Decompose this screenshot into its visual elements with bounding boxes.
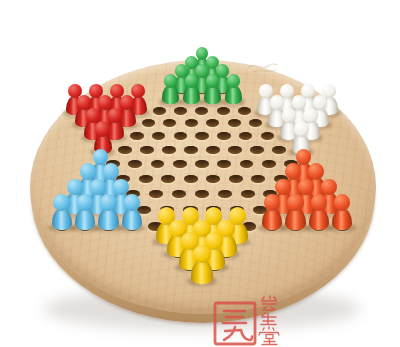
peg-head: [264, 194, 281, 211]
peg-body: [75, 208, 95, 230]
watermark-seal: 三九養生堂: [210, 292, 282, 347]
seal-char-tang: [259, 327, 279, 345]
peg-body: [52, 208, 72, 230]
peg-head: [100, 194, 117, 211]
peg-orange-red[interactable]: [285, 194, 306, 230]
peg-orange-red[interactable]: [261, 194, 282, 230]
peg-head: [90, 179, 106, 196]
peg-body: [98, 208, 118, 230]
peg-body: [262, 208, 282, 230]
peg-body: [183, 85, 200, 103]
peg-sky-blue[interactable]: [98, 194, 119, 230]
seal-char-san: [223, 311, 246, 323]
seal-graphic: [210, 292, 282, 347]
peg-body: [309, 208, 329, 230]
peg-body: [191, 260, 213, 284]
peg-orange-red[interactable]: [332, 194, 353, 230]
peg-sky-blue[interactable]: [121, 194, 142, 230]
peg-head: [164, 74, 178, 88]
peg-head: [227, 74, 241, 88]
peg-head: [185, 74, 199, 88]
peg-head: [77, 194, 94, 211]
peg-head: [321, 179, 337, 196]
product-photo-scene: 三九養生堂: [0, 0, 400, 347]
peg-yellow[interactable]: [191, 245, 214, 284]
peg-body: [162, 85, 179, 103]
peg-head: [103, 163, 119, 179]
peg-head: [311, 194, 328, 211]
peg-head: [53, 194, 70, 211]
peg-green[interactable]: [183, 74, 201, 104]
peg-sky-blue[interactable]: [75, 194, 96, 230]
peg-head: [193, 245, 211, 263]
seal-char-yang: [262, 296, 276, 310]
peg-head: [113, 179, 129, 196]
peg-head: [67, 179, 83, 196]
peg-head: [206, 74, 220, 88]
peg-body: [285, 208, 305, 230]
peg-orange-red[interactable]: [308, 194, 329, 230]
peg-head: [80, 163, 96, 179]
peg-green[interactable]: [204, 74, 222, 104]
peg-head: [95, 121, 110, 136]
peg-head: [287, 194, 304, 211]
seal-char-jiu: [224, 327, 252, 340]
peg-body: [204, 85, 221, 103]
peg-head: [308, 163, 324, 179]
peg-head: [285, 163, 301, 179]
peg-head: [334, 194, 351, 211]
peg-body: [225, 85, 242, 103]
pegs-layer: [0, 0, 400, 347]
peg-sky-blue[interactable]: [51, 194, 72, 230]
peg-body: [332, 208, 352, 230]
peg-head: [294, 121, 309, 136]
seal-char-sheng: [261, 313, 276, 325]
peg-green[interactable]: [162, 74, 180, 104]
peg-head: [298, 179, 314, 196]
peg-head: [124, 194, 141, 211]
peg-green[interactable]: [225, 74, 243, 104]
peg-body: [122, 208, 142, 230]
peg-head: [275, 179, 291, 196]
